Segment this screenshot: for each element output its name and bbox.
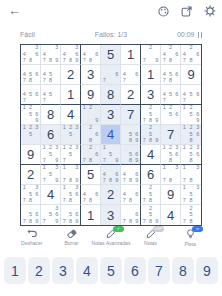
toolbar-label: Notas — [144, 240, 157, 246]
given-digit: 3 — [107, 208, 114, 223]
pencil-notes: 12569 — [181, 105, 201, 124]
given-digit: 5 — [107, 47, 114, 62]
pencil-notes: 279 — [141, 45, 160, 64]
pencil-notes: 67 — [101, 65, 120, 84]
given-digit: 9 — [167, 187, 174, 202]
toolbar-label: Deshacer — [21, 240, 42, 246]
pencil-notes: 135678 — [21, 185, 40, 204]
pencil-notes: 35679 — [41, 205, 60, 225]
pencil-notes: 46789 — [121, 165, 140, 184]
cell-r4c7[interactable]: 25789 — [141, 105, 161, 125]
cell-r6c6[interactable]: 5689 — [121, 145, 141, 165]
cell-r7c9[interactable]: 1378 — [181, 165, 201, 185]
cell-r5c9[interactable]: 123568 — [181, 125, 201, 145]
cell-r7c7[interactable]: 6 — [141, 165, 161, 185]
pencil-notes: 12357 — [61, 145, 80, 164]
cell-r3c7[interactable]: 3 — [141, 85, 161, 105]
toolbar-label: Notas Avanzadas — [92, 240, 131, 246]
given-digit: 4 — [67, 107, 74, 122]
cell-r6c1[interactable]: 9 — [21, 145, 41, 165]
pencil-notes: 56789 — [21, 205, 40, 225]
cell-r9c7[interactable]: 25789 — [141, 205, 161, 225]
advanced-notes-badge: ✓ — [113, 226, 124, 232]
pencil-notes: 2578 — [181, 205, 201, 225]
cell-r6c8[interactable]: 123568 — [161, 145, 181, 165]
given-digit: 1 — [67, 87, 74, 102]
numpad-key-5[interactable]: 5 — [100, 257, 122, 284]
pencil-notes: 13578 — [181, 185, 201, 204]
cell-r2c6[interactable]: 467 — [121, 65, 141, 85]
sudoku-board: 3467834789346789467851279246782467845678… — [20, 44, 202, 226]
numpad-key-1[interactable]: 1 — [4, 257, 26, 284]
cell-r3c9[interactable]: 4567 — [181, 85, 201, 105]
cell-r8c6[interactable]: 4678 — [121, 185, 141, 205]
hint-button[interactable]: ∞ Pista — [170, 229, 210, 253]
cell-r9c2[interactable]: 35679 — [41, 205, 61, 225]
given-digit: 9 — [87, 87, 94, 102]
pencil-notes: 46789 — [101, 165, 120, 184]
cell-r5c8[interactable]: 7 — [161, 125, 181, 145]
cell-r7c2[interactable]: 13579 — [41, 165, 61, 185]
cell-r3c6[interactable]: 2 — [121, 85, 141, 105]
erase-button[interactable]: Borrar — [52, 229, 92, 253]
cell-r4c9[interactable]: 12569 — [181, 105, 201, 125]
cell-r3c3[interactable]: 1 — [61, 85, 81, 105]
pencil-notes: 123568 — [161, 145, 180, 164]
cell-r3c1[interactable]: 4567 — [21, 85, 41, 105]
pencil-notes: 2678 — [81, 145, 100, 164]
cell-r5c5[interactable]: 4 — [101, 125, 121, 145]
cell-r1c7[interactable]: 279 — [141, 45, 161, 65]
cell-r3c2[interactable]: 457 — [41, 85, 61, 105]
notes-badge: OFF — [153, 226, 164, 232]
pencil-notes: 4567 — [161, 85, 180, 104]
pencil-notes: 24678 — [161, 45, 180, 64]
timer-label: 00:09 — [177, 31, 195, 38]
pencil-notes: 1378 — [161, 165, 180, 184]
given-digit: 2 — [127, 87, 134, 102]
pencil-notes: 1378 — [181, 165, 201, 184]
undo-icon — [26, 229, 38, 238]
cell-r9c6[interactable]: 6789 — [121, 205, 141, 225]
cell-r2c9[interactable]: 9 — [181, 65, 201, 85]
cell-r8c3[interactable]: 135678 — [61, 185, 81, 205]
pencil-notes: 1235 — [61, 125, 80, 144]
toolbar: Deshacer Borrar ✓ Notas Avanzadas OFF No… — [12, 229, 210, 253]
cell-r1c5[interactable]: 5 — [101, 45, 121, 65]
advanced-notes-button[interactable]: ✓ Notas Avanzadas — [91, 229, 131, 253]
palette-icon[interactable] — [158, 6, 169, 17]
given-digit: 9 — [187, 67, 194, 82]
cell-r5c7[interactable]: 25789 — [141, 125, 161, 145]
fullscreen-icon[interactable] — [181, 6, 192, 17]
pencil-notes: 129 — [81, 105, 100, 124]
cell-r8c8[interactable]: 9 — [161, 185, 181, 205]
pencil-notes: 2578 — [141, 185, 160, 204]
cell-r8c1[interactable]: 135678 — [21, 185, 41, 205]
settings-icon[interactable] — [204, 5, 216, 17]
pencil-notes: 1235 — [21, 125, 40, 144]
numpad-key-7[interactable]: 7 — [148, 257, 170, 284]
pencil-notes: 56789 — [61, 205, 80, 225]
pencil-notes: 4578 — [41, 65, 60, 84]
cell-r4c4[interactable]: 129 — [81, 105, 101, 125]
cell-r7c8[interactable]: 1378 — [161, 165, 181, 185]
cell-r9c1[interactable]: 56789 — [21, 205, 41, 225]
pencil-notes: 24678 — [181, 45, 201, 64]
pencil-notes: 45678 — [161, 65, 180, 84]
pencil-notes: 13579 — [41, 165, 60, 184]
cell-r4c3[interactable]: 4 — [61, 105, 81, 125]
pencil-notes: 1256 — [161, 105, 180, 124]
given-digit: 2 — [67, 67, 74, 82]
numpad-key-3[interactable]: 3 — [52, 257, 74, 284]
cell-r6c5[interactable]: 1579 — [101, 145, 121, 165]
cell-r9c3[interactable]: 56789 — [61, 205, 81, 225]
given-digit: 6 — [47, 127, 54, 142]
toolbar-label: Borrar — [64, 240, 78, 246]
given-digit: 4 — [147, 147, 154, 162]
cell-r8c5[interactable]: 2 — [101, 185, 121, 205]
pencil-notes: 34678 — [21, 45, 40, 64]
pencil-notes: 25789 — [141, 205, 160, 225]
pencil-notes: 4567 — [21, 85, 40, 104]
pencil-notes: 5689 — [121, 125, 140, 144]
cell-r7c3[interactable]: 13789 — [61, 165, 81, 185]
cell-r1c1[interactable]: 34678 — [21, 45, 41, 65]
cell-r3c4[interactable]: 9 — [81, 85, 101, 105]
pencil-notes: 12569 — [21, 105, 40, 124]
pencil-notes: 45678 — [21, 65, 40, 84]
cell-r7c6[interactable]: 46789 — [121, 165, 141, 185]
pencil-notes: 4678 — [81, 45, 100, 64]
numpad-key-2[interactable]: 2 — [28, 257, 50, 284]
pencil-notes: 4567 — [181, 85, 201, 104]
cell-r1c3[interactable]: 346789 — [61, 45, 81, 65]
toolbar-label: Pista — [185, 241, 196, 247]
given-digit: 3 — [107, 107, 114, 122]
given-digit: 1 — [87, 208, 94, 223]
cell-r8c9[interactable]: 13578 — [181, 185, 201, 205]
pencil-notes: 25789 — [141, 105, 160, 124]
mistakes-counter: Fallos: 1/3 — [20, 31, 202, 38]
given-digit: 1 — [147, 67, 154, 82]
cell-r5c2[interactable]: 6 — [41, 125, 61, 145]
cell-r9c5[interactable]: 3 — [101, 205, 121, 225]
pencil-notes: 123568 — [181, 125, 201, 144]
cell-r9c8[interactable]: 4 — [161, 205, 181, 225]
cell-r8c4[interactable]: 4678 — [81, 185, 101, 205]
eraser-icon — [66, 229, 77, 238]
cell-r1c6[interactable]: 1 — [121, 45, 141, 65]
numpad-key-8[interactable]: 8 — [172, 257, 194, 284]
pencil-notes: 457 — [41, 85, 60, 104]
cell-r6c3[interactable]: 12357 — [61, 145, 81, 165]
cell-r8c7[interactable]: 2578 — [141, 185, 161, 205]
cell-r6c2[interactable]: 123579 — [41, 145, 61, 165]
cell-r7c4[interactable]: 5 — [81, 165, 101, 185]
numpad-key-4[interactable]: 4 — [76, 257, 98, 284]
number-pad: 123456789 — [2, 257, 220, 284]
cell-r4c6[interactable]: 7 — [121, 105, 141, 125]
cell-r8c2[interactable]: 4 — [41, 185, 61, 205]
given-digit: 7 — [167, 127, 174, 142]
pencil-notes: 13789 — [61, 165, 80, 184]
pencil-notes: 6789 — [121, 205, 140, 225]
cell-r5c1[interactable]: 1235 — [21, 125, 41, 145]
cell-r2c3[interactable]: 2 — [61, 65, 81, 85]
numpad-key-9[interactable]: 9 — [196, 257, 218, 284]
pencil-notes: 123579 — [41, 145, 60, 164]
cell-r5c6[interactable]: 5689 — [121, 125, 141, 145]
cell-r2c5[interactable]: 67 — [101, 65, 121, 85]
pencil-notes: 25789 — [141, 125, 160, 144]
cell-r3c5[interactable]: 8 — [101, 85, 121, 105]
difficulty-label: Fácil — [20, 31, 35, 38]
user-digit: 4 — [107, 127, 114, 142]
given-digit: 7 — [127, 107, 134, 122]
cell-r2c1[interactable]: 45678 — [21, 65, 41, 85]
undo-button[interactable]: Deshacer — [12, 229, 52, 253]
cell-r3c8[interactable]: 4567 — [161, 85, 181, 105]
pencil-notes: 135678 — [61, 185, 80, 204]
pencil-notes: 467 — [121, 65, 140, 84]
status-bar: Fallos: 1/3 Fácil 00:09 — [20, 28, 202, 41]
cell-r9c9[interactable]: 2578 — [181, 205, 201, 225]
cell-r6c9[interactable]: 123568 — [181, 145, 201, 165]
hint-badge: ∞ — [192, 226, 203, 232]
pencil-notes: 123568 — [181, 145, 201, 164]
cell-r7c1[interactable]: 2 — [21, 165, 41, 185]
given-digit: 3 — [147, 87, 154, 102]
given-digit: 2 — [107, 187, 114, 202]
given-digit: 6 — [147, 167, 154, 182]
given-digit: 9 — [27, 147, 34, 162]
given-digit: 4 — [47, 187, 54, 202]
cell-r4c1[interactable]: 12569 — [21, 105, 41, 125]
pencil-notes: 346789 — [61, 45, 80, 64]
cell-r1c9[interactable]: 24678 — [181, 45, 201, 65]
given-digit: 8 — [107, 87, 114, 102]
cell-r2c8[interactable]: 45678 — [161, 65, 181, 85]
cell-r2c2[interactable]: 4578 — [41, 65, 61, 85]
cell-r5c4[interactable]: 268 — [81, 125, 101, 145]
notes-button[interactable]: OFF Notas — [131, 229, 171, 253]
cell-r1c8[interactable]: 24678 — [161, 45, 181, 65]
cell-r6c4[interactable]: 2678 — [81, 145, 101, 165]
cell-r2c7[interactable]: 1 — [141, 65, 161, 85]
cell-r1c4[interactable]: 4678 — [81, 45, 101, 65]
given-digit: 8 — [47, 107, 54, 122]
pause-button[interactable] — [198, 32, 203, 38]
cell-r4c5[interactable]: 3 — [101, 105, 121, 125]
cell-r9c4[interactable]: 1 — [81, 205, 101, 225]
cell-r7c5[interactable]: 46789 — [101, 165, 121, 185]
cell-r4c2[interactable]: 8 — [41, 105, 61, 125]
cell-r2c4[interactable]: 3 — [81, 65, 101, 85]
cell-r4c8[interactable]: 1256 — [161, 105, 181, 125]
numpad-key-6[interactable]: 6 — [124, 257, 146, 284]
top-bar: ← — [0, 0, 222, 26]
pencil-notes: 4678 — [121, 185, 140, 204]
cell-r5c3[interactable]: 1235 — [61, 125, 81, 145]
pencil-notes: 34789 — [41, 45, 60, 64]
pencil-notes: 268 — [81, 125, 100, 144]
pencil-notes: 5689 — [121, 145, 140, 164]
given-digit: 4 — [167, 208, 174, 223]
given-digit: 1 — [127, 47, 134, 62]
given-digit: 2 — [27, 167, 34, 182]
back-icon[interactable]: ← — [8, 3, 21, 18]
given-digit: 5 — [87, 167, 94, 182]
cell-r6c7[interactable]: 4 — [141, 145, 161, 165]
cell-r1c2[interactable]: 34789 — [41, 45, 61, 65]
pencil-notes: 1579 — [101, 145, 120, 164]
pencil-notes: 4678 — [81, 185, 100, 204]
given-digit: 3 — [87, 67, 94, 82]
